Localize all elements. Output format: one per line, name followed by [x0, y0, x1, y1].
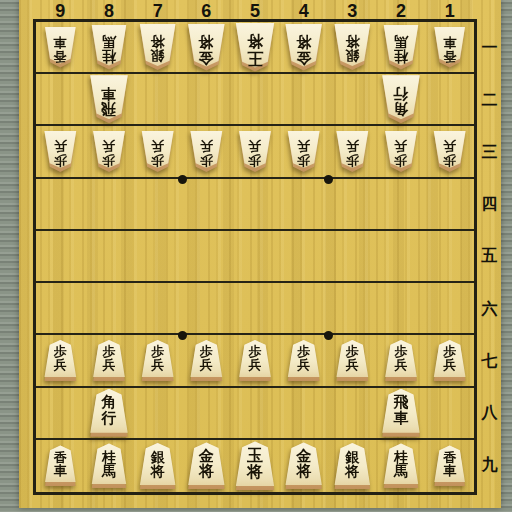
cell-73[interactable]: 歩兵 — [133, 126, 182, 178]
cell-81[interactable]: 桂馬 — [85, 22, 134, 74]
file-label-2: 2 — [377, 0, 426, 19]
cell-34[interactable] — [328, 179, 377, 231]
piece-sente-pawn[interactable]: 歩兵 — [433, 340, 466, 381]
kanji-char: 兵 — [151, 140, 164, 153]
piece-sente-pawn[interactable]: 歩兵 — [336, 340, 369, 381]
kanji-char: 歩 — [394, 345, 407, 358]
piece-gote-silver[interactable]: 銀将 — [139, 24, 176, 70]
cell-78[interactable] — [133, 388, 182, 440]
piece-sente-king[interactable]: 玉将 — [235, 441, 275, 490]
piece-kanji: 香車 — [434, 443, 466, 484]
cell-35[interactable] — [328, 231, 377, 283]
kanji-char: 馬 — [394, 35, 408, 49]
cell-86[interactable] — [85, 283, 134, 335]
kanji-char: 兵 — [102, 358, 115, 371]
piece-kanji: 香車 — [434, 29, 466, 70]
cell-32[interactable] — [328, 74, 377, 126]
cell-27[interactable]: 歩兵 — [377, 335, 426, 387]
kanji-char: 桂 — [394, 49, 408, 63]
piece-kanji: 歩兵 — [384, 338, 417, 379]
kanji-char: 兵 — [346, 140, 359, 153]
piece-kanji: 歩兵 — [287, 133, 320, 174]
piece-gote-pawn[interactable]: 歩兵 — [336, 131, 369, 172]
kanji-char: 歩 — [54, 345, 67, 358]
piece-kanji: 金将 — [187, 26, 225, 73]
kanji-char: 車 — [54, 464, 67, 477]
cell-59[interactable]: 玉将 — [231, 440, 280, 492]
kanji-char: 将 — [151, 35, 165, 49]
kanji-char: 兵 — [297, 358, 310, 371]
piece-gote-pawn[interactable]: 歩兵 — [141, 131, 174, 172]
cell-17[interactable]: 歩兵 — [425, 335, 474, 387]
cell-64[interactable] — [182, 179, 231, 231]
kanji-char: 車 — [443, 36, 456, 49]
kanji-char: 馬 — [102, 35, 116, 49]
piece-kanji: 歩兵 — [141, 338, 174, 379]
kanji-char: 歩 — [102, 345, 115, 358]
cell-84[interactable] — [85, 179, 134, 231]
cell-46[interactable] — [279, 283, 328, 335]
kanji-char: 兵 — [200, 140, 213, 153]
cell-58[interactable] — [231, 388, 280, 440]
piece-sente-pawn[interactable]: 歩兵 — [92, 340, 125, 381]
kanji-char: 歩 — [443, 345, 456, 358]
cell-57[interactable]: 歩兵 — [231, 335, 280, 387]
kanji-char: 兵 — [443, 358, 456, 371]
piece-gote-gold[interactable]: 金将 — [285, 24, 323, 71]
kanji-char: 馬 — [102, 464, 116, 478]
piece-sente-lance[interactable]: 香車 — [44, 445, 76, 486]
kanji-char: 香 — [443, 49, 456, 62]
file-label-8: 8 — [85, 0, 134, 19]
file-label-6: 6 — [182, 0, 231, 19]
kanji-char: 兵 — [54, 358, 67, 371]
kanji-char: 兵 — [443, 140, 456, 153]
piece-kanji: 銀将 — [139, 26, 176, 72]
kanji-char: 兵 — [151, 358, 164, 371]
star-point — [324, 331, 333, 340]
kanji-char: 兵 — [248, 358, 261, 371]
kanji-char: 将 — [151, 464, 165, 478]
piece-kanji: 桂馬 — [91, 441, 127, 486]
kanji-char: 歩 — [54, 154, 67, 167]
piece-gote-pawn[interactable]: 歩兵 — [238, 131, 271, 172]
cell-74[interactable] — [133, 179, 182, 231]
cell-52[interactable] — [231, 74, 280, 126]
cell-98[interactable] — [36, 388, 85, 440]
piece-sente-bishop[interactable]: 角行 — [89, 389, 128, 437]
piece-sente-pawn[interactable]: 歩兵 — [384, 340, 417, 381]
piece-kanji: 角行 — [89, 387, 128, 435]
cell-12[interactable] — [425, 74, 474, 126]
cell-91[interactable]: 香車 — [36, 22, 85, 74]
kanji-char: 歩 — [151, 154, 164, 167]
cell-88[interactable]: 角行 — [85, 388, 134, 440]
cell-72[interactable] — [133, 74, 182, 126]
cell-85[interactable] — [85, 231, 134, 283]
cell-15[interactable] — [425, 231, 474, 283]
cell-65[interactable] — [182, 231, 231, 283]
kanji-char: 角 — [393, 101, 408, 116]
piece-kanji: 角行 — [381, 77, 420, 125]
cell-21[interactable]: 桂馬 — [377, 22, 426, 74]
kanji-char: 銀 — [345, 49, 359, 63]
cell-76[interactable] — [133, 283, 182, 335]
piece-sente-silver[interactable]: 銀将 — [334, 443, 371, 489]
kanji-char: 王 — [247, 49, 263, 65]
star-point — [178, 175, 187, 184]
cell-87[interactable]: 歩兵 — [85, 335, 134, 387]
rank-label-7: 七 — [478, 335, 501, 387]
kanji-char: 将 — [247, 33, 263, 49]
piece-kanji: 飛車 — [89, 77, 128, 125]
kanji-char: 香 — [54, 49, 67, 62]
file-label-3: 3 — [328, 0, 377, 19]
piece-sente-pawn[interactable]: 歩兵 — [238, 340, 271, 381]
cell-41[interactable]: 金将 — [279, 22, 328, 74]
piece-gote-lance[interactable]: 香車 — [44, 27, 76, 68]
kanji-char: 兵 — [346, 358, 359, 371]
cell-97[interactable]: 歩兵 — [36, 335, 85, 387]
piece-kanji: 香車 — [44, 443, 76, 484]
rank-label-3: 三 — [478, 126, 501, 178]
cell-19[interactable]: 香車 — [425, 440, 474, 492]
cell-14[interactable] — [425, 179, 474, 231]
piece-kanji: 銀将 — [334, 441, 371, 487]
file-label-4: 4 — [279, 0, 328, 19]
kanji-char: 車 — [54, 36, 67, 49]
kanji-char: 歩 — [346, 345, 359, 358]
cell-68[interactable] — [182, 388, 231, 440]
kanji-char: 飛 — [101, 101, 116, 116]
kanji-char: 兵 — [297, 140, 310, 153]
piece-kanji: 歩兵 — [190, 133, 223, 174]
piece-sente-silver[interactable]: 銀将 — [139, 443, 176, 489]
piece-kanji: 歩兵 — [287, 338, 320, 379]
kanji-char: 行 — [101, 411, 116, 426]
kanji-char: 将 — [199, 34, 214, 49]
kanji-char: 金 — [199, 49, 214, 64]
piece-sente-knight[interactable]: 桂馬 — [383, 443, 419, 488]
rank-label-4: 四 — [478, 179, 501, 231]
kanji-char: 歩 — [102, 154, 115, 167]
rank-label-6: 六 — [478, 283, 501, 335]
piece-kanji: 銀将 — [139, 441, 176, 487]
piece-gote-pawn[interactable]: 歩兵 — [384, 131, 417, 172]
piece-kanji: 歩兵 — [336, 338, 369, 379]
rank-label-1: 一 — [478, 22, 501, 74]
kanji-char: 将 — [345, 35, 359, 49]
kanji-char: 歩 — [346, 154, 359, 167]
file-label-7: 7 — [133, 0, 182, 19]
piece-kanji: 桂馬 — [383, 441, 419, 486]
cell-33[interactable]: 歩兵 — [328, 126, 377, 178]
piece-kanji: 歩兵 — [336, 133, 369, 174]
kanji-char: 歩 — [297, 345, 310, 358]
kanji-char: 車 — [101, 86, 116, 101]
shogi-app: 987654321 一二三四五六七八九 香車桂馬銀将金将王将金将銀将桂馬香車飛車… — [0, 0, 512, 512]
piece-sente-pawn[interactable]: 歩兵 — [141, 340, 174, 381]
board-grid: 香車桂馬銀将金将王将金将銀将桂馬香車飛車角行歩兵歩兵歩兵歩兵歩兵歩兵歩兵歩兵歩兵… — [33, 19, 477, 495]
piece-kanji: 歩兵 — [44, 338, 77, 379]
piece-kanji: 金将 — [285, 26, 323, 73]
cell-24[interactable] — [377, 179, 426, 231]
star-point — [178, 331, 187, 340]
star-point — [324, 175, 333, 184]
cell-94[interactable] — [36, 179, 85, 231]
piece-kanji: 歩兵 — [92, 338, 125, 379]
piece-kanji: 歩兵 — [141, 133, 174, 174]
cell-31[interactable]: 銀将 — [328, 22, 377, 74]
piece-kanji: 銀将 — [334, 26, 371, 72]
cell-13[interactable]: 歩兵 — [425, 126, 474, 178]
cell-71[interactable]: 銀将 — [133, 22, 182, 74]
cell-18[interactable] — [425, 388, 474, 440]
cell-66[interactable] — [182, 283, 231, 335]
piece-sente-rook[interactable]: 飛車 — [381, 389, 420, 437]
rank-label-9: 九 — [478, 440, 501, 492]
piece-sente-knight[interactable]: 桂馬 — [91, 443, 127, 488]
cell-53[interactable]: 歩兵 — [231, 126, 280, 178]
cell-37[interactable]: 歩兵 — [328, 335, 377, 387]
kanji-char: 銀 — [345, 450, 359, 464]
kanji-char: 兵 — [200, 358, 213, 371]
piece-sente-lance[interactable]: 香車 — [434, 445, 466, 486]
piece-kanji: 金将 — [285, 440, 323, 487]
kanji-char: 将 — [345, 464, 359, 478]
cell-42[interactable] — [279, 74, 328, 126]
rank-coordinates: 一二三四五六七八九 — [478, 22, 501, 492]
kanji-char: 歩 — [394, 154, 407, 167]
piece-sente-gold[interactable]: 金将 — [285, 442, 323, 489]
piece-gote-lance[interactable]: 香車 — [434, 27, 466, 68]
piece-gote-knight[interactable]: 桂馬 — [91, 25, 127, 70]
cell-79[interactable]: 銀将 — [133, 440, 182, 492]
cell-95[interactable] — [36, 231, 85, 283]
piece-kanji: 歩兵 — [238, 338, 271, 379]
kanji-char: 歩 — [151, 345, 164, 358]
cell-69[interactable]: 金将 — [182, 440, 231, 492]
kanji-char: 将 — [247, 464, 263, 480]
piece-gote-bishop[interactable]: 角行 — [381, 75, 420, 123]
piece-kanji: 玉将 — [235, 439, 275, 488]
kanji-char: 兵 — [102, 140, 115, 153]
cell-26[interactable] — [377, 283, 426, 335]
kanji-char: 銀 — [151, 49, 165, 63]
cell-82[interactable]: 飛車 — [85, 74, 134, 126]
file-label-5: 5 — [231, 0, 280, 19]
piece-kanji: 歩兵 — [44, 133, 77, 174]
piece-sente-pawn[interactable]: 歩兵 — [44, 340, 77, 381]
cell-38[interactable] — [328, 388, 377, 440]
piece-kanji: 桂馬 — [91, 27, 127, 72]
kanji-char: 金 — [296, 49, 311, 64]
kanji-char: 歩 — [200, 345, 213, 358]
cell-44[interactable] — [279, 179, 328, 231]
cell-93[interactable]: 歩兵 — [36, 126, 85, 178]
cell-92[interactable] — [36, 74, 85, 126]
cell-45[interactable] — [279, 231, 328, 283]
kanji-char: 桂 — [102, 450, 116, 464]
cell-55[interactable] — [231, 231, 280, 283]
cell-16[interactable] — [425, 283, 474, 335]
piece-kanji: 歩兵 — [433, 133, 466, 174]
cell-39[interactable]: 銀将 — [328, 440, 377, 492]
cell-25[interactable] — [377, 231, 426, 283]
piece-gote-king[interactable]: 王将 — [235, 23, 275, 72]
kanji-char: 兵 — [248, 140, 261, 153]
piece-gote-gold[interactable]: 金将 — [187, 24, 225, 71]
piece-gote-pawn[interactable]: 歩兵 — [44, 131, 77, 172]
kanji-char: 兵 — [394, 140, 407, 153]
piece-gote-rook[interactable]: 飛車 — [89, 75, 128, 123]
cell-56[interactable] — [231, 283, 280, 335]
piece-gote-pawn[interactable]: 歩兵 — [287, 131, 320, 172]
cell-51[interactable]: 王将 — [231, 22, 280, 74]
kanji-char: 桂 — [102, 49, 116, 63]
kanji-char: 香 — [54, 451, 67, 464]
cell-28[interactable]: 飛車 — [377, 388, 426, 440]
piece-sente-pawn[interactable]: 歩兵 — [190, 340, 223, 381]
cell-54[interactable] — [231, 179, 280, 231]
cell-96[interactable] — [36, 283, 85, 335]
kanji-char: 馬 — [394, 464, 408, 478]
cell-67[interactable]: 歩兵 — [182, 335, 231, 387]
file-label-1: 1 — [425, 0, 474, 19]
kanji-char: 将 — [296, 464, 311, 479]
kanji-char: 桂 — [394, 450, 408, 464]
kanji-char: 香 — [443, 451, 456, 464]
cell-29[interactable]: 桂馬 — [377, 440, 426, 492]
cell-49[interactable]: 金将 — [279, 440, 328, 492]
kanji-char: 車 — [443, 464, 456, 477]
kanji-char: 歩 — [200, 154, 213, 167]
kanji-char: 行 — [393, 86, 408, 101]
file-coordinates: 987654321 — [36, 0, 474, 19]
cell-63[interactable]: 歩兵 — [182, 126, 231, 178]
kanji-char: 将 — [199, 464, 214, 479]
kanji-char: 歩 — [248, 345, 261, 358]
kanji-char: 車 — [393, 411, 408, 426]
piece-kanji: 歩兵 — [190, 338, 223, 379]
kanji-char: 兵 — [394, 358, 407, 371]
cell-77[interactable]: 歩兵 — [133, 335, 182, 387]
piece-kanji: 王将 — [235, 25, 275, 74]
piece-kanji: 金将 — [187, 440, 225, 487]
file-label-9: 9 — [36, 0, 85, 19]
kanji-char: 歩 — [248, 154, 261, 167]
cell-43[interactable]: 歩兵 — [279, 126, 328, 178]
rank-label-2: 二 — [478, 74, 501, 126]
cell-48[interactable] — [279, 388, 328, 440]
piece-kanji: 歩兵 — [384, 133, 417, 174]
piece-kanji: 飛車 — [381, 387, 420, 435]
cell-23[interactable]: 歩兵 — [377, 126, 426, 178]
rank-label-8: 八 — [478, 388, 501, 440]
cell-75[interactable] — [133, 231, 182, 283]
piece-gote-pawn[interactable]: 歩兵 — [92, 131, 125, 172]
cell-22[interactable]: 角行 — [377, 74, 426, 126]
kanji-char: 将 — [296, 34, 311, 49]
cell-47[interactable]: 歩兵 — [279, 335, 328, 387]
rank-label-5: 五 — [478, 231, 501, 283]
kanji-char: 歩 — [297, 154, 310, 167]
piece-gote-knight[interactable]: 桂馬 — [383, 25, 419, 70]
piece-kanji: 歩兵 — [238, 133, 271, 174]
cell-11[interactable]: 香車 — [425, 22, 474, 74]
cell-99[interactable]: 香車 — [36, 440, 85, 492]
cell-36[interactable] — [328, 283, 377, 335]
piece-kanji: 歩兵 — [92, 133, 125, 174]
cell-83[interactable]: 歩兵 — [85, 126, 134, 178]
piece-sente-gold[interactable]: 金将 — [187, 442, 225, 489]
cell-89[interactable]: 桂馬 — [85, 440, 134, 492]
piece-sente-pawn[interactable]: 歩兵 — [287, 340, 320, 381]
piece-kanji: 桂馬 — [383, 27, 419, 72]
cell-62[interactable] — [182, 74, 231, 126]
piece-gote-pawn[interactable]: 歩兵 — [433, 131, 466, 172]
kanji-char: 兵 — [54, 140, 67, 153]
kanji-char: 銀 — [151, 450, 165, 464]
piece-gote-pawn[interactable]: 歩兵 — [190, 131, 223, 172]
kanji-char: 歩 — [443, 154, 456, 167]
piece-kanji: 歩兵 — [433, 338, 466, 379]
cell-61[interactable]: 金将 — [182, 22, 231, 74]
piece-kanji: 香車 — [44, 29, 76, 70]
piece-gote-silver[interactable]: 銀将 — [334, 24, 371, 70]
